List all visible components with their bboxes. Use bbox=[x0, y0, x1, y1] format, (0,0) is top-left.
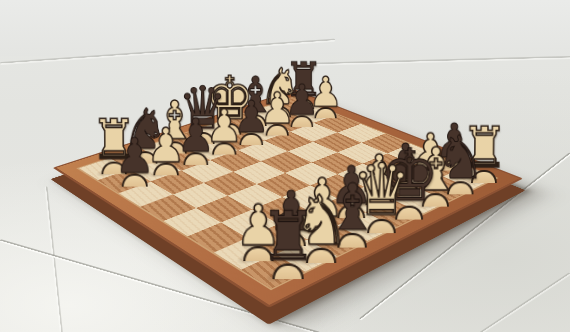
plank-seam bbox=[300, 56, 570, 66]
plank-seam bbox=[479, 272, 570, 332]
square-b5 bbox=[173, 183, 227, 208]
tabletop-photo: ♜♞♝♛♚♝♞♜♟♟♟♟♟♟♟♟♟♟♟♟♟♟♟♟♜♞♝♛♚♝♞♜ bbox=[0, 0, 570, 332]
white-rook: ♜ bbox=[252, 203, 324, 280]
black-pawn: ♟ bbox=[104, 131, 164, 187]
wall bbox=[0, 0, 570, 56]
